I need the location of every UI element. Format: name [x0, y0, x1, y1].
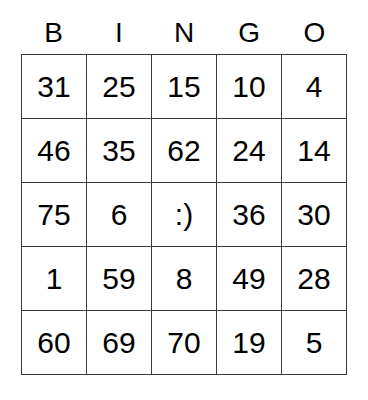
bingo-cell-r0c1[interactable]: 25 — [87, 55, 151, 118]
bingo-cell-r4c0[interactable]: 60 — [22, 311, 86, 374]
bingo-cell-r4c3[interactable]: 19 — [217, 311, 281, 374]
bingo-cell-r3c3[interactable]: 49 — [217, 247, 281, 310]
bingo-cell-r2c0[interactable]: 75 — [22, 183, 86, 246]
bingo-cell-r3c0[interactable]: 1 — [22, 247, 86, 310]
bingo-card: B I N G O 31 25 15 10 4 46 35 62 24 14 7… — [0, 0, 368, 400]
bingo-cell-r0c2[interactable]: 15 — [152, 55, 216, 118]
bingo-cell-r1c4[interactable]: 14 — [282, 119, 346, 182]
bingo-cell-r1c3[interactable]: 24 — [217, 119, 281, 182]
bingo-cell-r1c1[interactable]: 35 — [87, 119, 151, 182]
bingo-cell-r2c4[interactable]: 30 — [282, 183, 346, 246]
bingo-cell-r0c4[interactable]: 4 — [282, 55, 346, 118]
bingo-cell-r2c1[interactable]: 6 — [87, 183, 151, 246]
bingo-cell-r4c1[interactable]: 69 — [87, 311, 151, 374]
bingo-cell-r1c0[interactable]: 46 — [22, 119, 86, 182]
bingo-cell-r2c3[interactable]: 36 — [217, 183, 281, 246]
bingo-cell-r3c2[interactable]: 8 — [152, 247, 216, 310]
bingo-free-space[interactable]: :) — [152, 183, 216, 246]
bingo-cell-r4c4[interactable]: 5 — [282, 311, 346, 374]
header-letter-g: G — [217, 14, 282, 52]
bingo-cell-r1c2[interactable]: 62 — [152, 119, 216, 182]
header-letter-i: I — [86, 14, 151, 52]
bingo-cell-r3c1[interactable]: 59 — [87, 247, 151, 310]
bingo-cell-r3c4[interactable]: 28 — [282, 247, 346, 310]
bingo-cell-r0c3[interactable]: 10 — [217, 55, 281, 118]
bingo-header: B I N G O — [21, 14, 347, 52]
header-letter-b: B — [21, 14, 86, 52]
bingo-board: 31 25 15 10 4 46 35 62 24 14 75 6 :) 36 … — [21, 54, 347, 375]
bingo-cell-r4c2[interactable]: 70 — [152, 311, 216, 374]
header-letter-n: N — [151, 14, 216, 52]
header-letter-o: O — [282, 14, 347, 52]
bingo-cell-r0c0[interactable]: 31 — [22, 55, 86, 118]
